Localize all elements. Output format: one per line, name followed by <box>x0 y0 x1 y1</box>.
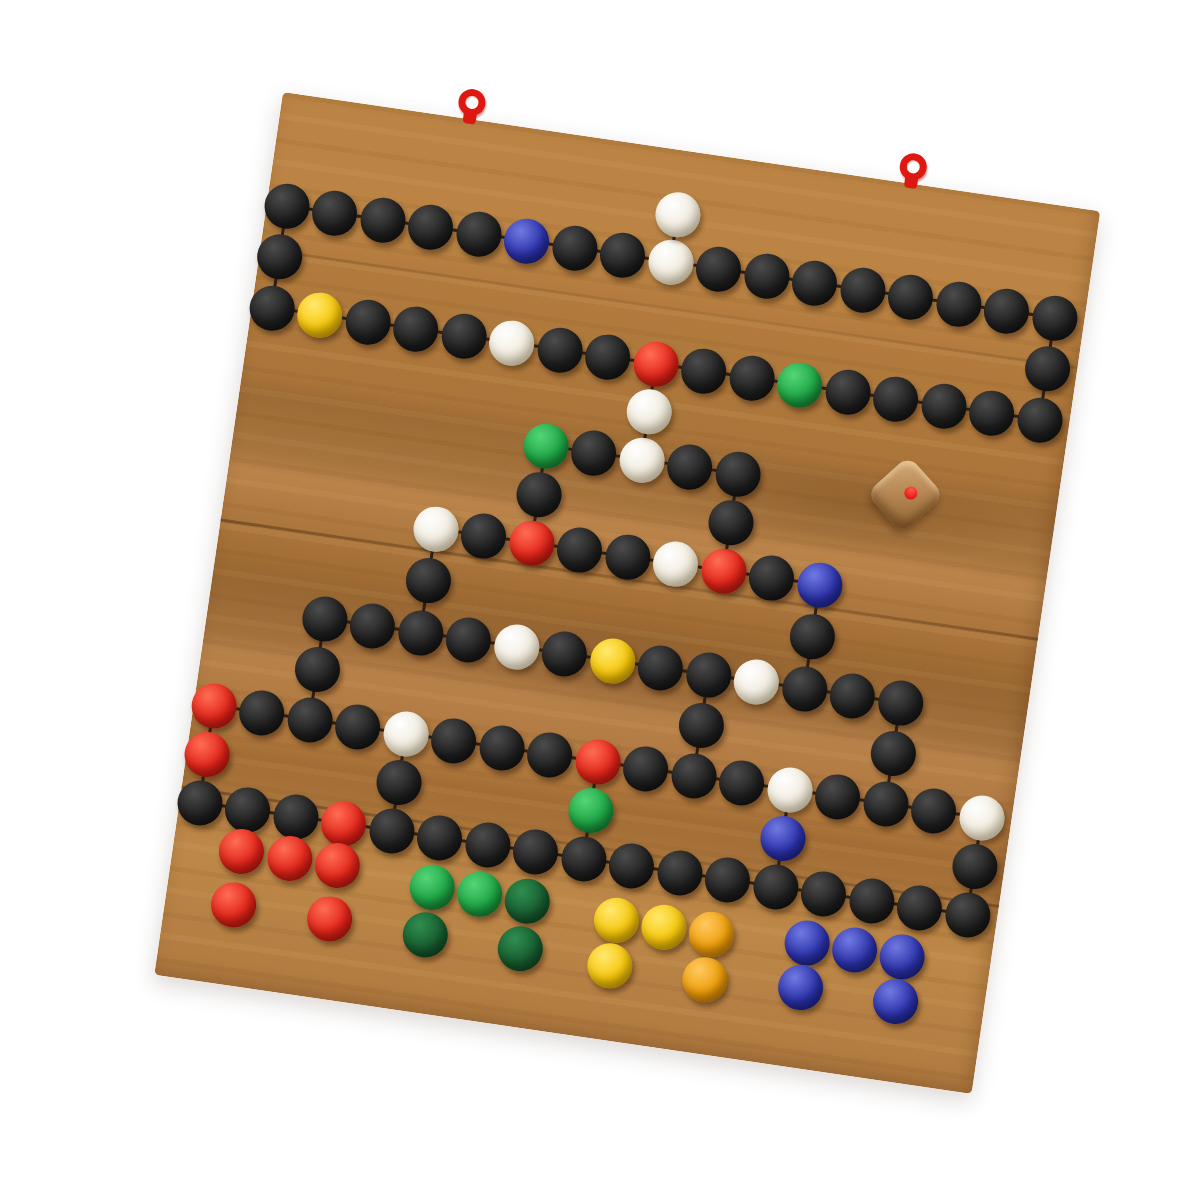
photo-background <box>0 0 1204 1200</box>
die-pip-one <box>901 484 919 502</box>
game-board <box>154 92 1100 1094</box>
loop-knot <box>903 174 918 189</box>
loop-knot <box>462 110 477 125</box>
hanging-loop-left <box>451 87 490 131</box>
hanging-loop-right <box>892 151 931 195</box>
